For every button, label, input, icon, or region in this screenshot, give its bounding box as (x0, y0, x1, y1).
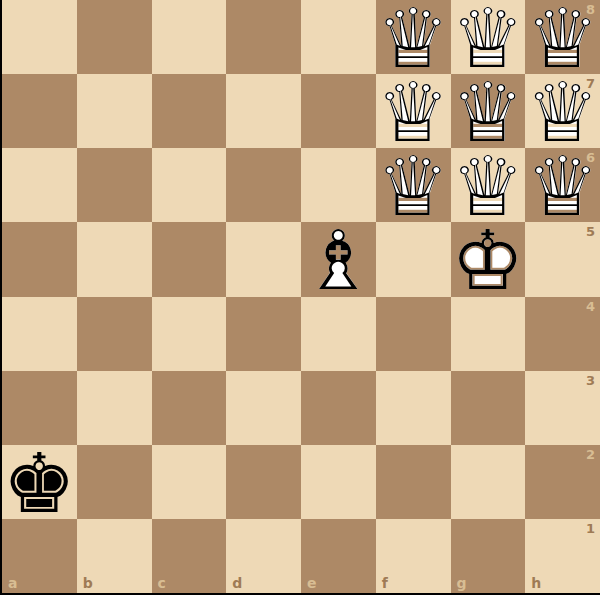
square-h2[interactable]: 2 (525, 445, 600, 519)
white-queen-outline-icon: ♕ (376, 72, 450, 154)
white-bishop-piece[interactable]: ♝♗ (301, 222, 376, 296)
square-a1[interactable]: a (2, 519, 77, 593)
square-b1[interactable]: b (77, 519, 152, 593)
file-label-d: d (232, 575, 242, 591)
square-d5[interactable] (226, 222, 301, 296)
square-e7[interactable] (301, 74, 376, 148)
rank-label-1: 1 (586, 521, 595, 536)
white-queen-outline-icon: ♕ (451, 0, 525, 80)
rank-label-4: 4 (586, 299, 595, 314)
white-queen-piece[interactable]: ♛♕ (525, 0, 600, 74)
white-queen-icon: ♛ (451, 72, 525, 154)
white-bishop-outline-icon: ♗ (302, 220, 376, 302)
square-a4[interactable] (2, 297, 77, 371)
square-c2[interactable] (152, 445, 227, 519)
square-g8[interactable]: ♛♕ (451, 0, 526, 74)
white-bishop-icon: ♝ (302, 220, 376, 302)
square-d2[interactable] (226, 445, 301, 519)
square-g2[interactable] (451, 445, 526, 519)
square-e6[interactable] (301, 148, 376, 222)
square-g5[interactable]: ♚♔ (451, 222, 526, 296)
square-g1[interactable]: g (451, 519, 526, 593)
rank-label-3: 3 (586, 373, 595, 388)
square-e3[interactable] (301, 371, 376, 445)
square-c5[interactable] (152, 222, 227, 296)
white-queen-outline-icon: ♕ (526, 146, 600, 228)
file-label-b: b (83, 575, 93, 591)
square-e1[interactable]: e (301, 519, 376, 593)
square-g6[interactable]: ♛♕ (451, 148, 526, 222)
white-queen-piece[interactable]: ♛♕ (525, 148, 600, 222)
square-d4[interactable] (226, 297, 301, 371)
square-g4[interactable] (451, 297, 526, 371)
square-e8[interactable] (301, 0, 376, 74)
square-b6[interactable] (77, 148, 152, 222)
white-queen-icon: ♛ (376, 0, 450, 80)
chess-board-frame: ♛♕♛♕8♛♕♛♕♛♕7♛♕♛♕♛♕6♛♕♝♗♚♔543♚2abcdefg1h (0, 0, 600, 595)
white-queen-piece[interactable]: ♛♕ (451, 0, 526, 74)
square-f8[interactable]: ♛♕ (376, 0, 451, 74)
square-c6[interactable] (152, 148, 227, 222)
square-c3[interactable] (152, 371, 227, 445)
white-queen-icon: ♛ (451, 146, 525, 228)
white-queen-outline-icon: ♕ (526, 72, 600, 154)
white-queen-piece[interactable]: ♛♕ (525, 74, 600, 148)
square-h7[interactable]: 7♛♕ (525, 74, 600, 148)
square-a8[interactable] (2, 0, 77, 74)
square-h5[interactable]: 5 (525, 222, 600, 296)
square-d7[interactable] (226, 74, 301, 148)
square-b8[interactable] (77, 0, 152, 74)
white-king-icon: ♚ (451, 220, 525, 302)
square-d6[interactable] (226, 148, 301, 222)
square-b5[interactable] (77, 222, 152, 296)
square-a5[interactable] (2, 222, 77, 296)
file-label-h: h (531, 575, 541, 591)
white-queen-piece[interactable]: ♛♕ (376, 0, 451, 74)
chess-board: ♛♕♛♕8♛♕♛♕♛♕7♛♕♛♕♛♕6♛♕♝♗♚♔543♚2abcdefg1h (2, 0, 600, 593)
square-c1[interactable]: c (152, 519, 227, 593)
white-queen-piece[interactable]: ♛♕ (376, 74, 451, 148)
square-e4[interactable] (301, 297, 376, 371)
white-queen-icon: ♛ (526, 146, 600, 228)
square-g7[interactable]: ♛♕ (451, 74, 526, 148)
square-e2[interactable] (301, 445, 376, 519)
file-label-g: g (457, 575, 467, 591)
square-b3[interactable] (77, 371, 152, 445)
rank-label-2: 2 (586, 447, 595, 462)
white-king-piece[interactable]: ♚♔ (451, 222, 526, 296)
white-queen-piece[interactable]: ♛♕ (451, 74, 526, 148)
rank-label-5: 5 (586, 224, 595, 239)
square-h8[interactable]: 8♛♕ (525, 0, 600, 74)
file-label-e: e (307, 575, 317, 591)
black-king-piece[interactable]: ♚ (2, 445, 77, 519)
white-queen-icon: ♛ (526, 72, 600, 154)
white-queen-icon: ♛ (376, 146, 450, 228)
white-queen-outline-icon: ♕ (451, 72, 525, 154)
black-king-icon: ♚ (3, 443, 77, 525)
square-b2[interactable] (77, 445, 152, 519)
white-queen-icon: ♛ (376, 72, 450, 154)
file-label-a: a (8, 575, 17, 591)
white-queen-piece[interactable]: ♛♕ (451, 148, 526, 222)
square-f1[interactable]: f (376, 519, 451, 593)
square-a3[interactable] (2, 371, 77, 445)
square-c8[interactable] (152, 0, 227, 74)
square-f5[interactable] (376, 222, 451, 296)
square-f6[interactable]: ♛♕ (376, 148, 451, 222)
white-queen-icon: ♛ (526, 0, 600, 80)
square-g3[interactable] (451, 371, 526, 445)
square-b4[interactable] (77, 297, 152, 371)
square-h6[interactable]: 6♛♕ (525, 148, 600, 222)
file-label-c: c (158, 575, 166, 591)
square-d8[interactable] (226, 0, 301, 74)
square-a7[interactable] (2, 74, 77, 148)
white-queen-piece[interactable]: ♛♕ (376, 148, 451, 222)
square-d1[interactable]: d (226, 519, 301, 593)
white-queen-outline-icon: ♕ (451, 146, 525, 228)
white-queen-outline-icon: ♕ (376, 0, 450, 80)
square-c7[interactable] (152, 74, 227, 148)
square-e5[interactable]: ♝♗ (301, 222, 376, 296)
white-queen-icon: ♛ (451, 0, 525, 80)
square-f7[interactable]: ♛♕ (376, 74, 451, 148)
white-queen-outline-icon: ♕ (526, 0, 600, 80)
square-d3[interactable] (226, 371, 301, 445)
file-label-f: f (382, 575, 388, 591)
square-a2[interactable]: ♚ (2, 445, 77, 519)
square-f3[interactable] (376, 371, 451, 445)
square-c4[interactable] (152, 297, 227, 371)
square-h1[interactable]: 1h (525, 519, 600, 593)
square-h4[interactable]: 4 (525, 297, 600, 371)
square-a6[interactable] (2, 148, 77, 222)
square-f2[interactable] (376, 445, 451, 519)
white-king-outline-icon: ♔ (451, 220, 525, 302)
square-b7[interactable] (77, 74, 152, 148)
white-queen-outline-icon: ♕ (376, 146, 450, 228)
square-h3[interactable]: 3 (525, 371, 600, 445)
square-f4[interactable] (376, 297, 451, 371)
